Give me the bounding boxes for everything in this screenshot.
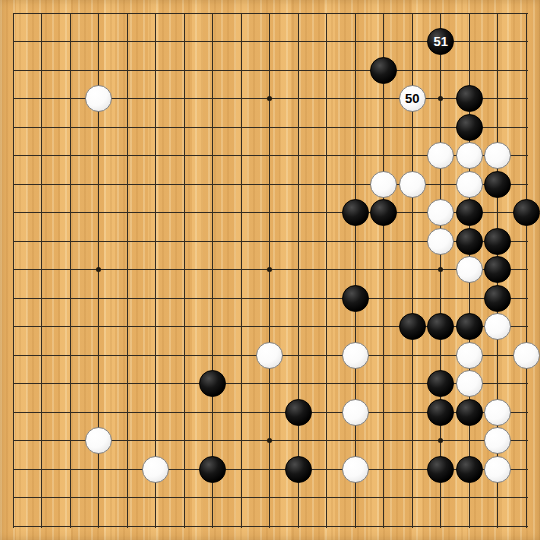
black-stone (199, 456, 226, 483)
white-stone-move-50: 50 (399, 85, 426, 112)
black-stone (456, 228, 483, 255)
black-stone (456, 85, 483, 112)
white-stone (85, 85, 112, 112)
grid-line-vertical (184, 13, 185, 527)
white-stone (370, 171, 397, 198)
black-stone (285, 456, 312, 483)
white-stone (513, 342, 540, 369)
white-stone (456, 171, 483, 198)
grid-line-vertical (355, 13, 356, 527)
black-stone (456, 114, 483, 141)
black-stone (484, 285, 511, 312)
black-stone (484, 228, 511, 255)
grid-line-vertical (127, 13, 128, 527)
white-stone (456, 142, 483, 169)
white-stone (399, 171, 426, 198)
star-point (438, 438, 443, 443)
black-stone (484, 256, 511, 283)
grid-line-horizontal (13, 70, 527, 71)
grid-line-horizontal (13, 127, 527, 128)
star-point (267, 267, 272, 272)
grid-line-vertical (526, 13, 527, 527)
grid-line-vertical (326, 13, 327, 527)
grid-line-vertical (298, 13, 299, 527)
white-stone (456, 342, 483, 369)
grid-line-vertical (212, 13, 213, 527)
white-stone (456, 256, 483, 283)
white-stone (85, 427, 112, 454)
white-stone (256, 342, 283, 369)
grid-line-horizontal (13, 526, 527, 527)
star-point (438, 267, 443, 272)
black-stone (484, 171, 511, 198)
grid-line-vertical (41, 13, 42, 527)
black-stone (370, 199, 397, 226)
white-stone (484, 427, 511, 454)
star-point (267, 438, 272, 443)
black-stone (456, 456, 483, 483)
black-stone (285, 399, 312, 426)
black-stone (399, 313, 426, 340)
white-stone (484, 313, 511, 340)
black-stone (370, 57, 397, 84)
black-stone (199, 370, 226, 397)
white-stone (342, 456, 369, 483)
white-stone (456, 370, 483, 397)
grid-line-horizontal (13, 298, 527, 299)
black-stone-move-51: 51 (427, 28, 454, 55)
grid-line-horizontal (13, 13, 527, 14)
grid-line-vertical (13, 13, 14, 527)
black-stone (456, 313, 483, 340)
white-stone (342, 399, 369, 426)
white-stone (484, 456, 511, 483)
black-stone (342, 199, 369, 226)
grid-line-vertical (155, 13, 156, 527)
grid-line-vertical (241, 13, 242, 527)
black-stone (427, 313, 454, 340)
star-point (267, 96, 272, 101)
white-stone (342, 342, 369, 369)
white-stone (484, 142, 511, 169)
black-stone (513, 199, 540, 226)
star-point (96, 267, 101, 272)
white-stone (427, 228, 454, 255)
black-stone (456, 199, 483, 226)
black-stone (427, 370, 454, 397)
white-stone (427, 142, 454, 169)
grid-line-horizontal (13, 497, 527, 498)
grid-line-horizontal (13, 184, 527, 185)
black-stone (427, 456, 454, 483)
go-board[interactable]: 5150 (0, 0, 540, 540)
white-stone (484, 399, 511, 426)
black-stone (427, 399, 454, 426)
star-point (438, 96, 443, 101)
black-stone (342, 285, 369, 312)
grid-line-vertical (383, 13, 384, 527)
grid-line-vertical (70, 13, 71, 527)
white-stone (427, 199, 454, 226)
white-stone (142, 456, 169, 483)
black-stone (456, 399, 483, 426)
